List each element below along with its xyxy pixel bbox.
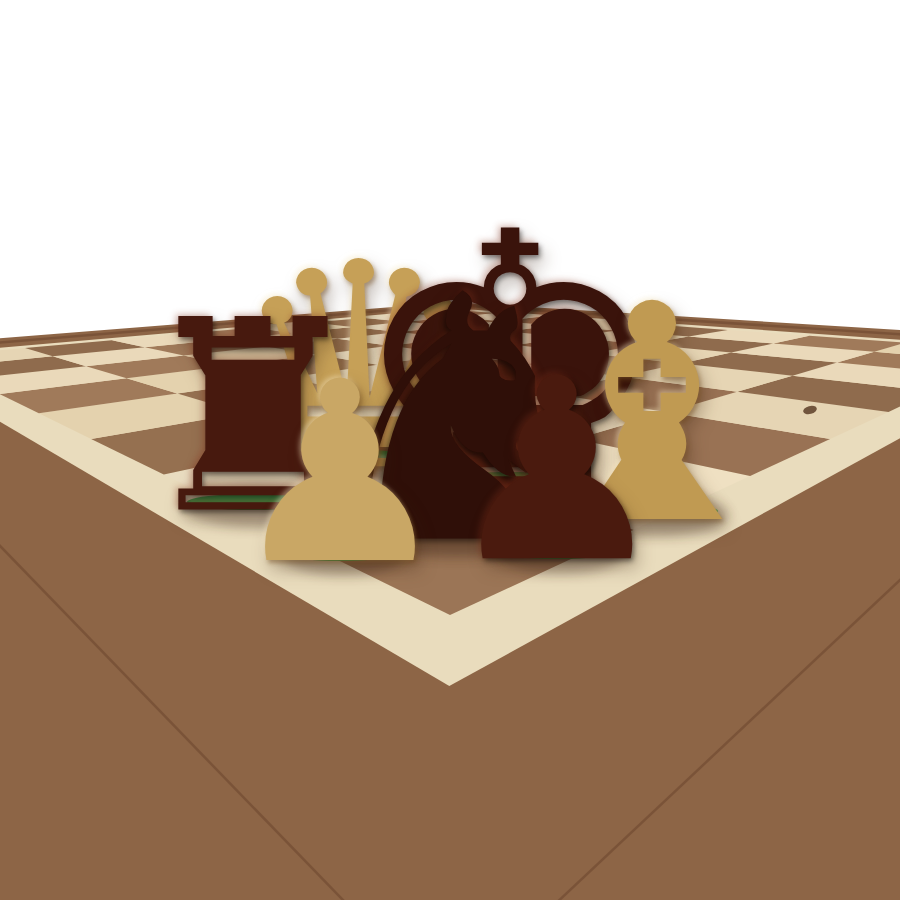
white-bishop-felt	[586, 503, 718, 519]
black-pawn-felt	[499, 543, 615, 559]
chessboard-product-photo: ♜♛♟♞♚♟♝	[0, 0, 900, 900]
black-knight-felt	[372, 520, 532, 536]
white-pawn-felt	[284, 545, 396, 561]
chess-board	[0, 0, 900, 900]
white-queen-felt	[298, 450, 418, 466]
black-king-felt	[436, 472, 584, 488]
black-rook-felt	[187, 494, 319, 510]
